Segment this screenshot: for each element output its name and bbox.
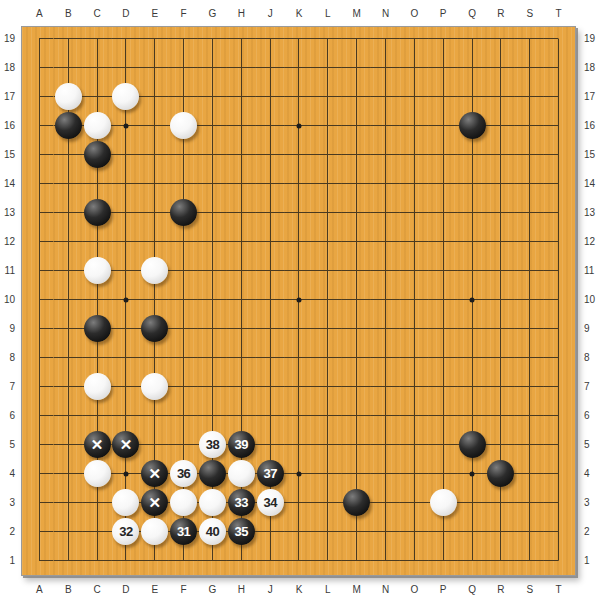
intersection-R1[interactable] <box>486 546 515 575</box>
intersection-F4[interactable]: 36 <box>169 459 198 488</box>
intersection-S19[interactable] <box>515 24 544 53</box>
intersection-H13[interactable] <box>227 198 256 227</box>
intersection-K13[interactable] <box>285 198 314 227</box>
intersection-P11[interactable] <box>429 256 458 285</box>
intersection-N12[interactable] <box>371 227 400 256</box>
intersection-H8[interactable] <box>227 343 256 372</box>
intersection-J8[interactable] <box>256 343 285 372</box>
intersection-O17[interactable] <box>400 82 429 111</box>
intersection-R10[interactable] <box>486 285 515 314</box>
intersection-M18[interactable] <box>342 53 371 82</box>
intersection-C3[interactable] <box>83 488 112 517</box>
intersection-F16[interactable] <box>169 111 198 140</box>
intersection-R19[interactable] <box>486 24 515 53</box>
intersection-T11[interactable] <box>544 256 573 285</box>
intersection-F18[interactable] <box>169 53 198 82</box>
intersection-T10[interactable] <box>544 285 573 314</box>
intersection-E19[interactable] <box>140 24 169 53</box>
intersection-M19[interactable] <box>342 24 371 53</box>
intersection-J14[interactable] <box>256 169 285 198</box>
intersection-D7[interactable] <box>112 372 141 401</box>
intersection-A2[interactable] <box>25 517 54 546</box>
intersection-M16[interactable] <box>342 111 371 140</box>
intersection-E1[interactable] <box>140 546 169 575</box>
intersection-Q7[interactable] <box>458 372 487 401</box>
intersection-C11[interactable] <box>83 256 112 285</box>
intersection-F9[interactable] <box>169 314 198 343</box>
intersection-T13[interactable] <box>544 198 573 227</box>
intersection-P14[interactable] <box>429 169 458 198</box>
intersection-M17[interactable] <box>342 82 371 111</box>
intersection-F17[interactable] <box>169 82 198 111</box>
intersection-O2[interactable] <box>400 517 429 546</box>
intersection-E11[interactable] <box>140 256 169 285</box>
intersection-D2[interactable]: 32 <box>112 517 141 546</box>
intersection-L11[interactable] <box>313 256 342 285</box>
intersection-G15[interactable] <box>198 140 227 169</box>
intersection-Q10[interactable] <box>458 285 487 314</box>
intersection-L17[interactable] <box>313 82 342 111</box>
intersection-A6[interactable] <box>25 401 54 430</box>
intersection-T14[interactable] <box>544 169 573 198</box>
intersection-S8[interactable] <box>515 343 544 372</box>
intersection-F13[interactable] <box>169 198 198 227</box>
intersection-A12[interactable] <box>25 227 54 256</box>
intersection-Q4[interactable] <box>458 459 487 488</box>
intersection-H18[interactable] <box>227 53 256 82</box>
intersection-K1[interactable] <box>285 546 314 575</box>
intersection-A4[interactable] <box>25 459 54 488</box>
intersection-L5[interactable] <box>313 430 342 459</box>
intersection-Q3[interactable] <box>458 488 487 517</box>
intersection-K9[interactable] <box>285 314 314 343</box>
intersection-H12[interactable] <box>227 227 256 256</box>
intersection-A7[interactable] <box>25 372 54 401</box>
intersection-A3[interactable] <box>25 488 54 517</box>
intersection-N9[interactable] <box>371 314 400 343</box>
intersection-Q2[interactable] <box>458 517 487 546</box>
intersection-K7[interactable] <box>285 372 314 401</box>
intersection-B2[interactable] <box>54 517 83 546</box>
intersection-P17[interactable] <box>429 82 458 111</box>
intersection-Q1[interactable] <box>458 546 487 575</box>
intersection-C18[interactable] <box>83 53 112 82</box>
intersection-A17[interactable] <box>25 82 54 111</box>
intersection-K5[interactable] <box>285 430 314 459</box>
intersection-J16[interactable] <box>256 111 285 140</box>
intersection-F12[interactable] <box>169 227 198 256</box>
intersection-B4[interactable] <box>54 459 83 488</box>
intersection-G19[interactable] <box>198 24 227 53</box>
intersection-A14[interactable] <box>25 169 54 198</box>
intersection-D15[interactable] <box>112 140 141 169</box>
intersection-J10[interactable] <box>256 285 285 314</box>
intersection-T9[interactable] <box>544 314 573 343</box>
intersection-L12[interactable] <box>313 227 342 256</box>
intersection-K19[interactable] <box>285 24 314 53</box>
intersection-G6[interactable] <box>198 401 227 430</box>
intersection-E2[interactable] <box>140 517 169 546</box>
intersection-N18[interactable] <box>371 53 400 82</box>
intersection-T18[interactable] <box>544 53 573 82</box>
intersection-F3[interactable] <box>169 488 198 517</box>
intersection-N19[interactable] <box>371 24 400 53</box>
intersection-J17[interactable] <box>256 82 285 111</box>
intersection-Q9[interactable] <box>458 314 487 343</box>
intersection-K4[interactable] <box>285 459 314 488</box>
intersection-B5[interactable] <box>54 430 83 459</box>
intersection-E5[interactable] <box>140 430 169 459</box>
intersection-L7[interactable] <box>313 372 342 401</box>
intersection-J12[interactable] <box>256 227 285 256</box>
intersection-N8[interactable] <box>371 343 400 372</box>
intersection-R9[interactable] <box>486 314 515 343</box>
intersection-F8[interactable] <box>169 343 198 372</box>
intersection-N3[interactable] <box>371 488 400 517</box>
intersection-P10[interactable] <box>429 285 458 314</box>
intersection-B6[interactable] <box>54 401 83 430</box>
intersection-D6[interactable] <box>112 401 141 430</box>
intersection-G11[interactable] <box>198 256 227 285</box>
intersection-P6[interactable] <box>429 401 458 430</box>
intersection-B12[interactable] <box>54 227 83 256</box>
intersection-G17[interactable] <box>198 82 227 111</box>
intersection-O16[interactable] <box>400 111 429 140</box>
intersection-T16[interactable] <box>544 111 573 140</box>
intersection-P5[interactable] <box>429 430 458 459</box>
intersection-G8[interactable] <box>198 343 227 372</box>
intersection-E6[interactable] <box>140 401 169 430</box>
intersection-S10[interactable] <box>515 285 544 314</box>
intersection-K16[interactable] <box>285 111 314 140</box>
intersection-J1[interactable] <box>256 546 285 575</box>
intersection-J18[interactable] <box>256 53 285 82</box>
intersection-G18[interactable] <box>198 53 227 82</box>
intersection-C7[interactable] <box>83 372 112 401</box>
intersection-O15[interactable] <box>400 140 429 169</box>
intersection-O5[interactable] <box>400 430 429 459</box>
intersection-Q13[interactable] <box>458 198 487 227</box>
intersection-G7[interactable] <box>198 372 227 401</box>
intersection-G9[interactable] <box>198 314 227 343</box>
intersection-H1[interactable] <box>227 546 256 575</box>
intersection-B10[interactable] <box>54 285 83 314</box>
intersection-R3[interactable] <box>486 488 515 517</box>
intersection-J7[interactable] <box>256 372 285 401</box>
intersection-B9[interactable] <box>54 314 83 343</box>
intersection-K15[interactable] <box>285 140 314 169</box>
intersection-M14[interactable] <box>342 169 371 198</box>
intersection-E3[interactable]: ✕ <box>140 488 169 517</box>
intersection-P3[interactable] <box>429 488 458 517</box>
intersection-E15[interactable] <box>140 140 169 169</box>
intersection-K11[interactable] <box>285 256 314 285</box>
intersection-Q6[interactable] <box>458 401 487 430</box>
intersection-S5[interactable] <box>515 430 544 459</box>
intersection-E4[interactable]: ✕ <box>140 459 169 488</box>
intersection-A8[interactable] <box>25 343 54 372</box>
intersection-D13[interactable] <box>112 198 141 227</box>
intersection-T1[interactable] <box>544 546 573 575</box>
intersection-C2[interactable] <box>83 517 112 546</box>
intersection-R4[interactable] <box>486 459 515 488</box>
intersection-A11[interactable] <box>25 256 54 285</box>
intersection-O19[interactable] <box>400 24 429 53</box>
intersection-O11[interactable] <box>400 256 429 285</box>
intersection-R2[interactable] <box>486 517 515 546</box>
intersection-J9[interactable] <box>256 314 285 343</box>
intersection-D12[interactable] <box>112 227 141 256</box>
intersection-H11[interactable] <box>227 256 256 285</box>
intersection-E7[interactable] <box>140 372 169 401</box>
intersection-R11[interactable] <box>486 256 515 285</box>
intersection-T15[interactable] <box>544 140 573 169</box>
intersection-S11[interactable] <box>515 256 544 285</box>
intersection-A10[interactable] <box>25 285 54 314</box>
intersection-P7[interactable] <box>429 372 458 401</box>
intersection-O9[interactable] <box>400 314 429 343</box>
intersection-H4[interactable] <box>227 459 256 488</box>
intersection-F11[interactable] <box>169 256 198 285</box>
intersection-N1[interactable] <box>371 546 400 575</box>
intersection-N17[interactable] <box>371 82 400 111</box>
intersection-F19[interactable] <box>169 24 198 53</box>
intersection-P1[interactable] <box>429 546 458 575</box>
intersection-T5[interactable] <box>544 430 573 459</box>
intersection-O10[interactable] <box>400 285 429 314</box>
intersection-M12[interactable] <box>342 227 371 256</box>
intersection-K18[interactable] <box>285 53 314 82</box>
intersection-K8[interactable] <box>285 343 314 372</box>
intersection-G16[interactable] <box>198 111 227 140</box>
intersection-K10[interactable] <box>285 285 314 314</box>
intersection-E8[interactable] <box>140 343 169 372</box>
intersection-R6[interactable] <box>486 401 515 430</box>
intersection-C6[interactable] <box>83 401 112 430</box>
intersection-D14[interactable] <box>112 169 141 198</box>
intersection-D1[interactable] <box>112 546 141 575</box>
intersection-T17[interactable] <box>544 82 573 111</box>
intersection-D19[interactable] <box>112 24 141 53</box>
intersection-S2[interactable] <box>515 517 544 546</box>
intersection-P16[interactable] <box>429 111 458 140</box>
intersection-D5[interactable]: ✕ <box>112 430 141 459</box>
intersection-Q17[interactable] <box>458 82 487 111</box>
intersection-L1[interactable] <box>313 546 342 575</box>
intersection-O14[interactable] <box>400 169 429 198</box>
intersection-S17[interactable] <box>515 82 544 111</box>
intersection-H16[interactable] <box>227 111 256 140</box>
intersection-E13[interactable] <box>140 198 169 227</box>
intersection-M5[interactable] <box>342 430 371 459</box>
intersection-H19[interactable] <box>227 24 256 53</box>
intersection-S3[interactable] <box>515 488 544 517</box>
intersection-Q15[interactable] <box>458 140 487 169</box>
intersection-Q5[interactable] <box>458 430 487 459</box>
intersection-K12[interactable] <box>285 227 314 256</box>
intersection-M8[interactable] <box>342 343 371 372</box>
intersection-J4[interactable]: 37 <box>256 459 285 488</box>
intersection-C1[interactable] <box>83 546 112 575</box>
intersection-H3[interactable]: 33 <box>227 488 256 517</box>
intersection-H9[interactable] <box>227 314 256 343</box>
intersection-L6[interactable] <box>313 401 342 430</box>
intersection-B19[interactable] <box>54 24 83 53</box>
intersection-N4[interactable] <box>371 459 400 488</box>
intersection-B1[interactable] <box>54 546 83 575</box>
intersection-C10[interactable] <box>83 285 112 314</box>
intersection-F6[interactable] <box>169 401 198 430</box>
intersection-T2[interactable] <box>544 517 573 546</box>
intersection-P12[interactable] <box>429 227 458 256</box>
intersection-K2[interactable] <box>285 517 314 546</box>
intersection-D9[interactable] <box>112 314 141 343</box>
intersection-L4[interactable] <box>313 459 342 488</box>
intersection-Q19[interactable] <box>458 24 487 53</box>
intersection-C17[interactable] <box>83 82 112 111</box>
intersection-C15[interactable] <box>83 140 112 169</box>
intersection-T6[interactable] <box>544 401 573 430</box>
intersection-J15[interactable] <box>256 140 285 169</box>
intersection-B8[interactable] <box>54 343 83 372</box>
intersection-E17[interactable] <box>140 82 169 111</box>
intersection-F15[interactable] <box>169 140 198 169</box>
intersection-F14[interactable] <box>169 169 198 198</box>
intersection-R8[interactable] <box>486 343 515 372</box>
intersection-T7[interactable] <box>544 372 573 401</box>
intersection-T12[interactable] <box>544 227 573 256</box>
intersection-E9[interactable] <box>140 314 169 343</box>
intersection-R18[interactable] <box>486 53 515 82</box>
intersection-C12[interactable] <box>83 227 112 256</box>
intersection-P13[interactable] <box>429 198 458 227</box>
intersection-K6[interactable] <box>285 401 314 430</box>
intersection-G14[interactable] <box>198 169 227 198</box>
intersection-T4[interactable] <box>544 459 573 488</box>
intersection-Q16[interactable] <box>458 111 487 140</box>
intersection-D11[interactable] <box>112 256 141 285</box>
intersection-O7[interactable] <box>400 372 429 401</box>
intersection-D3[interactable] <box>112 488 141 517</box>
intersection-C8[interactable] <box>83 343 112 372</box>
intersection-M11[interactable] <box>342 256 371 285</box>
intersection-P19[interactable] <box>429 24 458 53</box>
intersection-B11[interactable] <box>54 256 83 285</box>
intersection-Q12[interactable] <box>458 227 487 256</box>
intersection-K17[interactable] <box>285 82 314 111</box>
intersection-L15[interactable] <box>313 140 342 169</box>
intersection-M15[interactable] <box>342 140 371 169</box>
intersection-A18[interactable] <box>25 53 54 82</box>
intersection-S9[interactable] <box>515 314 544 343</box>
intersection-S1[interactable] <box>515 546 544 575</box>
intersection-P18[interactable] <box>429 53 458 82</box>
intersection-L2[interactable] <box>313 517 342 546</box>
intersection-E14[interactable] <box>140 169 169 198</box>
intersection-P15[interactable] <box>429 140 458 169</box>
intersection-R7[interactable] <box>486 372 515 401</box>
intersection-O18[interactable] <box>400 53 429 82</box>
intersection-F2[interactable]: 31 <box>169 517 198 546</box>
intersection-N6[interactable] <box>371 401 400 430</box>
intersection-D10[interactable] <box>112 285 141 314</box>
intersection-S12[interactable] <box>515 227 544 256</box>
intersection-D4[interactable] <box>112 459 141 488</box>
intersection-O13[interactable] <box>400 198 429 227</box>
intersection-O8[interactable] <box>400 343 429 372</box>
intersection-H2[interactable]: 35 <box>227 517 256 546</box>
intersection-G10[interactable] <box>198 285 227 314</box>
intersection-L14[interactable] <box>313 169 342 198</box>
intersection-K14[interactable] <box>285 169 314 198</box>
intersection-Q18[interactable] <box>458 53 487 82</box>
intersection-D16[interactable] <box>112 111 141 140</box>
intersection-A5[interactable] <box>25 430 54 459</box>
intersection-M6[interactable] <box>342 401 371 430</box>
intersection-A16[interactable] <box>25 111 54 140</box>
intersection-S14[interactable] <box>515 169 544 198</box>
intersection-N2[interactable] <box>371 517 400 546</box>
intersection-A19[interactable] <box>25 24 54 53</box>
intersection-S16[interactable] <box>515 111 544 140</box>
intersection-B17[interactable] <box>54 82 83 111</box>
intersection-S4[interactable] <box>515 459 544 488</box>
intersection-H10[interactable] <box>227 285 256 314</box>
intersection-N11[interactable] <box>371 256 400 285</box>
intersection-N14[interactable] <box>371 169 400 198</box>
intersection-A9[interactable] <box>25 314 54 343</box>
intersection-N16[interactable] <box>371 111 400 140</box>
intersection-C13[interactable] <box>83 198 112 227</box>
intersection-L18[interactable] <box>313 53 342 82</box>
intersection-J3[interactable]: 34 <box>256 488 285 517</box>
intersection-F7[interactable] <box>169 372 198 401</box>
intersection-C19[interactable] <box>83 24 112 53</box>
intersection-G4[interactable] <box>198 459 227 488</box>
intersection-S18[interactable] <box>515 53 544 82</box>
intersection-O12[interactable] <box>400 227 429 256</box>
intersection-T3[interactable] <box>544 488 573 517</box>
intersection-F10[interactable] <box>169 285 198 314</box>
intersection-B15[interactable] <box>54 140 83 169</box>
intersection-R14[interactable] <box>486 169 515 198</box>
intersection-G1[interactable] <box>198 546 227 575</box>
intersection-N13[interactable] <box>371 198 400 227</box>
intersection-H6[interactable] <box>227 401 256 430</box>
intersection-C5[interactable]: ✕ <box>83 430 112 459</box>
intersection-M3[interactable] <box>342 488 371 517</box>
intersection-H15[interactable] <box>227 140 256 169</box>
intersection-M2[interactable] <box>342 517 371 546</box>
intersection-N7[interactable] <box>371 372 400 401</box>
intersection-H5[interactable]: 39 <box>227 430 256 459</box>
intersection-B7[interactable] <box>54 372 83 401</box>
intersection-C14[interactable] <box>83 169 112 198</box>
intersection-N10[interactable] <box>371 285 400 314</box>
intersection-M7[interactable] <box>342 372 371 401</box>
intersection-D8[interactable] <box>112 343 141 372</box>
intersection-C9[interactable] <box>83 314 112 343</box>
intersection-J11[interactable] <box>256 256 285 285</box>
intersection-L10[interactable] <box>313 285 342 314</box>
intersection-M1[interactable] <box>342 546 371 575</box>
intersection-N15[interactable] <box>371 140 400 169</box>
intersection-S6[interactable] <box>515 401 544 430</box>
intersection-R5[interactable] <box>486 430 515 459</box>
intersection-Q14[interactable] <box>458 169 487 198</box>
intersection-L8[interactable] <box>313 343 342 372</box>
intersection-A13[interactable] <box>25 198 54 227</box>
